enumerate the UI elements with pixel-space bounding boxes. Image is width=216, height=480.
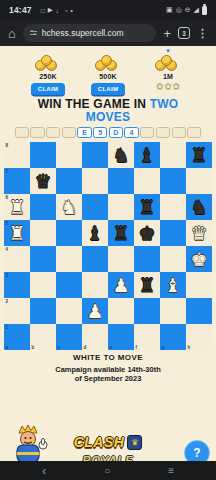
reward-amount: 500K — [99, 73, 117, 80]
square-a3[interactable]: 3 — [4, 272, 30, 298]
page-content: ▼ 250K CLAIM ▼ 500K CLAIM ▼ 1M ★ ★ ★ — [0, 46, 216, 461]
black-bishop[interactable]: ♝ — [82, 220, 108, 246]
status-icon: ♩ — [56, 7, 63, 14]
rank-label: 4 — [6, 247, 9, 252]
puzzle-title: WIN THE GAME IN TWO MOVES — [0, 98, 216, 123]
square-a8[interactable]: 8 — [4, 142, 30, 168]
square-a5[interactable]: 5♜ — [4, 220, 30, 246]
square-c2[interactable] — [56, 298, 82, 324]
black-bishop[interactable]: ♝ — [134, 142, 160, 168]
status-icon: □ — [41, 7, 45, 14]
status-icon: ⊖ — [185, 6, 191, 14]
black-queen[interactable]: ♛ — [30, 168, 56, 194]
chess-board: 8♞♝♜7♛6♜♞♜♞5♜♝♜♚♛4♚3♟♜♝2♟1abcdefgh — [4, 142, 212, 350]
status-icon: ▶ — [48, 6, 53, 14]
square-c5[interactable] — [56, 220, 82, 246]
rank-label: 8 — [6, 143, 9, 148]
status-icon: • — [71, 7, 73, 14]
square-h7[interactable] — [186, 168, 212, 194]
file-label: g — [162, 345, 165, 350]
square-h6[interactable]: ♞ — [186, 194, 212, 220]
answer-box[interactable]: 4 — [124, 127, 138, 138]
answer-box[interactable] — [187, 127, 201, 138]
claim-button[interactable]: CLAIM — [31, 83, 66, 95]
white-queen[interactable]: ♛ — [186, 220, 212, 246]
square-f4[interactable] — [134, 246, 160, 272]
square-a2[interactable]: 2 — [4, 298, 30, 324]
black-rook[interactable]: ♜ — [134, 272, 160, 298]
answer-box[interactable] — [140, 127, 154, 138]
square-c7[interactable] — [56, 168, 82, 194]
square-h8[interactable]: ♜ — [186, 142, 212, 168]
square-g6[interactable] — [160, 194, 186, 220]
android-nav-bar: ‹ ○ ≡ — [0, 461, 216, 480]
title-part-accent: TWO — [150, 97, 179, 111]
rank-label: 2 — [6, 299, 9, 304]
battery-icon — [202, 6, 207, 15]
file-label: b — [32, 345, 35, 350]
square-b4[interactable] — [30, 246, 56, 272]
answer-box[interactable] — [62, 127, 76, 138]
square-g4[interactable] — [160, 246, 186, 272]
square-b1[interactable]: b — [30, 324, 56, 350]
square-h1[interactable]: h — [186, 324, 212, 350]
file-label: d — [84, 345, 87, 350]
clash-logo: CLASH ♛ — [0, 434, 216, 450]
square-g1[interactable]: g — [160, 324, 186, 350]
white-bishop[interactable]: ♝ — [160, 272, 186, 298]
square-h4[interactable]: ♚ — [186, 246, 212, 272]
square-d6[interactable] — [82, 194, 108, 220]
square-f1[interactable]: f — [134, 324, 160, 350]
black-knight[interactable]: ♞ — [108, 142, 134, 168]
square-b7[interactable]: ♛ — [30, 168, 56, 194]
browser-menu-icon[interactable]: ⋮ — [197, 27, 208, 40]
coins-icon — [155, 55, 181, 72]
help-button[interactable]: ? — [184, 440, 210, 461]
phone-screen: 14:47 □▶♩▫• ▣◎⊖◢ ⌂ hchess.supercell.com … — [0, 0, 216, 480]
square-e1[interactable]: e — [108, 324, 134, 350]
back-icon[interactable]: ‹ — [42, 464, 46, 477]
answer-box[interactable] — [156, 127, 170, 138]
file-label: a — [6, 345, 9, 350]
square-b5[interactable] — [30, 220, 56, 246]
new-tab-icon[interactable]: + — [163, 26, 171, 41]
square-f5[interactable]: ♚ — [134, 220, 160, 246]
square-e5[interactable]: ♜ — [108, 220, 134, 246]
system-icon-group: ▣◎⊖◢ — [166, 6, 199, 14]
square-a7[interactable]: 7 — [4, 168, 30, 194]
square-f2[interactable] — [134, 298, 160, 324]
home-circle-icon[interactable]: ○ — [104, 466, 110, 476]
answer-box[interactable]: 5 — [93, 127, 107, 138]
square-b2[interactable] — [30, 298, 56, 324]
square-f6[interactable]: ♜ — [134, 194, 160, 220]
square-e3[interactable]: ♟ — [108, 272, 134, 298]
campaign-line2: of September 2023 — [75, 374, 142, 383]
square-c4[interactable] — [56, 246, 82, 272]
square-c8[interactable] — [56, 142, 82, 168]
reward-amount: 1M — [163, 73, 173, 80]
square-d8[interactable] — [82, 142, 108, 168]
browser-toolbar: ⌂ hchess.supercell.com + 3 ⋮ — [0, 20, 216, 46]
square-a6[interactable]: 6♜ — [4, 194, 30, 220]
square-g8[interactable] — [160, 142, 186, 168]
marker-icon: ▼ — [165, 48, 171, 55]
answer-box[interactable] — [172, 127, 186, 138]
file-label: c — [58, 345, 61, 350]
square-d2[interactable]: ♟ — [82, 298, 108, 324]
answer-box[interactable] — [30, 127, 44, 138]
address-bar[interactable]: hchess.supercell.com — [23, 24, 157, 42]
white-king[interactable]: ♚ — [186, 246, 212, 272]
square-e7[interactable] — [108, 168, 134, 194]
square-c1[interactable]: c — [56, 324, 82, 350]
square-g2[interactable] — [160, 298, 186, 324]
recents-icon[interactable]: ≡ — [168, 466, 174, 476]
reward-1m: ▼ 1M ★ ★ ★ — [144, 48, 192, 95]
rank-label: 1 — [6, 325, 9, 330]
reward-250k: ▼ 250K CLAIM — [24, 48, 72, 95]
square-g7[interactable] — [160, 168, 186, 194]
answer-box[interactable]: D — [109, 127, 123, 138]
star-icon: ★ — [164, 83, 171, 91]
black-rook[interactable]: ♜ — [108, 220, 134, 246]
white-rook[interactable]: ♜ — [4, 194, 30, 220]
home-icon[interactable]: ⌂ — [8, 27, 16, 40]
square-e6[interactable] — [108, 194, 134, 220]
file-label: e — [110, 345, 113, 350]
white-knight[interactable]: ♞ — [56, 194, 82, 220]
answer-boxes: E5D4 — [0, 127, 216, 138]
star-icon: ★ — [173, 83, 180, 91]
black-rook[interactable]: ♜ — [186, 142, 212, 168]
reward-500k: ▼ 500K CLAIM — [84, 48, 132, 95]
square-b6[interactable] — [30, 194, 56, 220]
reward-amount: 250K — [39, 73, 57, 80]
turn-indicator: WHITE TO MOVE — [0, 353, 216, 362]
square-g5[interactable] — [160, 220, 186, 246]
url-text: hchess.supercell.com — [42, 28, 124, 38]
clock: 14:47 — [9, 5, 32, 15]
square-f8[interactable]: ♝ — [134, 142, 160, 168]
file-label: h — [188, 345, 191, 350]
white-pawn[interactable]: ♟ — [108, 272, 134, 298]
square-d4[interactable] — [82, 246, 108, 272]
square-g3[interactable]: ♝ — [160, 272, 186, 298]
notification-icons: □▶♩▫• — [41, 6, 73, 14]
claim-button[interactable]: CLAIM — [91, 83, 126, 95]
stars-row: ★ ★ ★ — [156, 83, 180, 91]
square-e2[interactable] — [108, 298, 134, 324]
square-a4[interactable]: 4 — [4, 246, 30, 272]
white-rook[interactable]: ♜ — [4, 220, 30, 246]
star-icon: ★ — [156, 83, 163, 91]
square-h3[interactable] — [186, 272, 212, 298]
square-d3[interactable] — [82, 272, 108, 298]
title-part-accent2: MOVES — [86, 110, 130, 124]
rewards-row: ▼ 250K CLAIM ▼ 500K CLAIM ▼ 1M ★ ★ ★ — [0, 48, 216, 95]
answer-box[interactable]: E — [77, 127, 91, 138]
square-f7[interactable] — [134, 168, 160, 194]
square-b8[interactable] — [30, 142, 56, 168]
status-icon: ▫ — [65, 7, 67, 14]
answer-box[interactable] — [15, 127, 29, 138]
rank-label: 7 — [6, 169, 9, 174]
black-king[interactable]: ♚ — [134, 220, 160, 246]
campaign-dates: Campaign available 14th-30th of Septembe… — [0, 366, 216, 383]
black-rook[interactable]: ♜ — [134, 194, 160, 220]
answer-box[interactable] — [46, 127, 60, 138]
coins-icon — [95, 55, 121, 72]
status-icon: ▣ — [166, 6, 173, 14]
square-b3[interactable] — [30, 272, 56, 298]
crown-emblem-icon: ♛ — [127, 435, 142, 450]
clash-logo-text: CLASH — [74, 434, 125, 450]
square-d1[interactable]: d — [82, 324, 108, 350]
status-icon: ◢ — [194, 6, 199, 14]
status-icon: ◎ — [176, 6, 182, 14]
tab-counter[interactable]: 3 — [178, 27, 190, 39]
rank-label: 3 — [6, 273, 9, 278]
square-h2[interactable] — [186, 298, 212, 324]
square-d5[interactable]: ♝ — [82, 220, 108, 246]
coins-icon — [35, 55, 61, 72]
file-label: f — [136, 345, 138, 350]
square-d7[interactable] — [82, 168, 108, 194]
square-a1[interactable]: 1a — [4, 324, 30, 350]
square-c3[interactable] — [56, 272, 82, 298]
status-bar: 14:47 □▶♩▫• ▣◎⊖◢ — [0, 0, 216, 20]
square-h5[interactable]: ♛ — [186, 220, 212, 246]
system-icons: ▣◎⊖◢ — [166, 6, 207, 15]
square-e4[interactable] — [108, 246, 134, 272]
square-f3[interactable]: ♜ — [134, 272, 160, 298]
black-knight[interactable]: ♞ — [186, 194, 212, 220]
square-c6[interactable]: ♞ — [56, 194, 82, 220]
site-settings-icon[interactable] — [30, 30, 37, 37]
square-e8[interactable]: ♞ — [108, 142, 134, 168]
white-pawn[interactable]: ♟ — [82, 298, 108, 324]
